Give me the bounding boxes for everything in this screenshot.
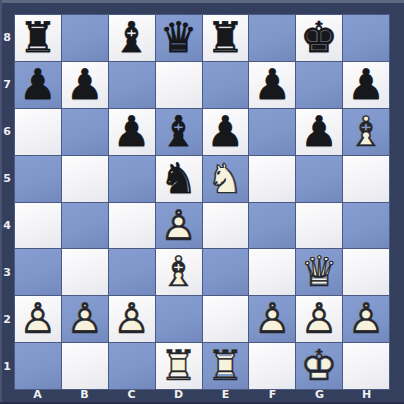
square-g5[interactable]	[296, 156, 342, 202]
square-c1[interactable]	[109, 343, 155, 389]
piece-outline: ♗	[343, 109, 389, 155]
square-c3[interactable]	[109, 249, 155, 295]
square-b7[interactable]: ♟	[62, 62, 108, 108]
file-label-b: B	[61, 388, 108, 403]
white-king[interactable]: ♚♔	[296, 343, 342, 389]
black-rook[interactable]: ♜	[203, 15, 249, 61]
square-h4[interactable]	[343, 203, 389, 249]
white-knight[interactable]: ♞♘	[203, 156, 249, 202]
piece-outline: ♙	[249, 296, 295, 342]
piece-outline: ♙	[343, 296, 389, 342]
white-pawn[interactable]: ♟♙	[343, 296, 389, 342]
square-c5[interactable]	[109, 156, 155, 202]
white-bishop[interactable]: ♝♗	[156, 249, 202, 295]
white-queen[interactable]: ♛♕	[296, 249, 342, 295]
square-d3[interactable]: ♝♗	[156, 249, 202, 295]
black-pawn[interactable]: ♟	[15, 62, 61, 108]
square-b2[interactable]: ♟♙	[62, 296, 108, 342]
file-label-g: G	[296, 388, 343, 403]
square-a8[interactable]: ♜	[15, 15, 61, 61]
square-d8[interactable]: ♛	[156, 15, 202, 61]
square-g8[interactable]: ♚	[296, 15, 342, 61]
square-e3[interactable]	[203, 249, 249, 295]
white-pawn[interactable]: ♟♙	[249, 296, 295, 342]
file-label-d: D	[155, 388, 202, 403]
square-e1[interactable]: ♜♖	[203, 343, 249, 389]
square-f3[interactable]	[249, 249, 295, 295]
black-pawn[interactable]: ♟	[249, 62, 295, 108]
square-h3[interactable]	[343, 249, 389, 295]
square-e4[interactable]	[203, 203, 249, 249]
piece-outline: ♙	[156, 203, 202, 249]
black-queen[interactable]: ♛	[156, 15, 202, 61]
square-b3[interactable]	[62, 249, 108, 295]
square-c8[interactable]: ♝	[109, 15, 155, 61]
piece-outline: ♖	[203, 343, 249, 389]
black-pawn[interactable]: ♟	[62, 62, 108, 108]
black-rook[interactable]: ♜	[15, 15, 61, 61]
square-h7[interactable]: ♟	[343, 62, 389, 108]
square-c7[interactable]	[109, 62, 155, 108]
square-g2[interactable]: ♟♙	[296, 296, 342, 342]
black-pawn[interactable]: ♟	[296, 109, 342, 155]
square-b4[interactable]	[62, 203, 108, 249]
square-b6[interactable]	[62, 109, 108, 155]
black-pawn[interactable]: ♟	[109, 109, 155, 155]
rank-labels: 8 7 6 5 4 3 2 1	[0, 14, 14, 390]
square-a4[interactable]	[15, 203, 61, 249]
square-c6[interactable]: ♟	[109, 109, 155, 155]
black-king[interactable]: ♚	[296, 15, 342, 61]
file-label-h: H	[343, 388, 390, 403]
square-g7[interactable]	[296, 62, 342, 108]
file-label-a: A	[14, 388, 61, 403]
piece-outline: ♗	[156, 249, 202, 295]
square-a2[interactable]: ♟♙	[15, 296, 61, 342]
square-d7[interactable]	[156, 62, 202, 108]
rank-label-7: 7	[0, 61, 14, 108]
rank-label-2: 2	[0, 296, 14, 343]
square-a6[interactable]	[15, 109, 61, 155]
square-e5[interactable]: ♞♘	[203, 156, 249, 202]
square-e7[interactable]	[203, 62, 249, 108]
board: ♜♝♛♜♚♟♟♟♟♟♝♟♟♝♗♞♞♘♟♙♝♗♛♕♟♙♟♙♟♙♟♙♟♙♟♙♜♖♜♖…	[14, 14, 390, 390]
white-rook[interactable]: ♜♖	[156, 343, 202, 389]
white-rook[interactable]: ♜♖	[203, 343, 249, 389]
square-b5[interactable]	[62, 156, 108, 202]
square-f4[interactable]	[249, 203, 295, 249]
piece-outline: ♙	[62, 296, 108, 342]
square-b8[interactable]	[62, 15, 108, 61]
square-d1[interactable]: ♜♖	[156, 343, 202, 389]
black-pawn[interactable]: ♟	[203, 109, 249, 155]
white-pawn[interactable]: ♟♙	[62, 296, 108, 342]
white-pawn[interactable]: ♟♙	[15, 296, 61, 342]
black-bishop[interactable]: ♝	[156, 109, 202, 155]
square-e2[interactable]	[203, 296, 249, 342]
square-b1[interactable]	[62, 343, 108, 389]
black-pawn[interactable]: ♟	[343, 62, 389, 108]
chess-diagram: 8 7 6 5 4 3 2 1 ♜♝♛♜♚♟♟♟♟♟♝♟♟♝♗♞♞♘♟♙♝♗♛♕…	[0, 0, 404, 404]
square-f5[interactable]	[249, 156, 295, 202]
square-a1[interactable]	[15, 343, 61, 389]
square-f2[interactable]: ♟♙	[249, 296, 295, 342]
square-e8[interactable]: ♜	[203, 15, 249, 61]
square-a7[interactable]: ♟	[15, 62, 61, 108]
square-f8[interactable]	[249, 15, 295, 61]
file-labels: A B C D E F G H	[14, 388, 390, 403]
square-g1[interactable]: ♚♔	[296, 343, 342, 389]
square-d6[interactable]: ♝	[156, 109, 202, 155]
square-g6[interactable]: ♟	[296, 109, 342, 155]
black-knight[interactable]: ♞	[156, 156, 202, 202]
rank-label-1: 1	[0, 343, 14, 390]
rank-label-4: 4	[0, 202, 14, 249]
square-f7[interactable]: ♟	[249, 62, 295, 108]
square-g3[interactable]: ♛♕	[296, 249, 342, 295]
white-pawn[interactable]: ♟♙	[109, 296, 155, 342]
white-pawn[interactable]: ♟♙	[296, 296, 342, 342]
piece-outline: ♙	[15, 296, 61, 342]
square-e6[interactable]: ♟	[203, 109, 249, 155]
rank-label-8: 8	[0, 14, 14, 61]
piece-outline: ♕	[296, 249, 342, 295]
file-label-c: C	[108, 388, 155, 403]
rank-label-5: 5	[0, 155, 14, 202]
square-c4[interactable]	[109, 203, 155, 249]
square-d5[interactable]: ♞	[156, 156, 202, 202]
piece-outline: ♔	[296, 343, 342, 389]
square-f6[interactable]	[249, 109, 295, 155]
square-h5[interactable]	[343, 156, 389, 202]
square-h1[interactable]	[343, 343, 389, 389]
square-f1[interactable]	[249, 343, 295, 389]
square-a3[interactable]	[15, 249, 61, 295]
file-label-e: E	[202, 388, 249, 403]
piece-outline: ♙	[109, 296, 155, 342]
white-pawn[interactable]: ♟♙	[156, 203, 202, 249]
piece-outline: ♘	[203, 156, 249, 202]
rank-label-3: 3	[0, 249, 14, 296]
square-d4[interactable]: ♟♙	[156, 203, 202, 249]
square-h2[interactable]: ♟♙	[343, 296, 389, 342]
square-h8[interactable]	[343, 15, 389, 61]
file-label-f: F	[249, 388, 296, 403]
square-h6[interactable]: ♝♗	[343, 109, 389, 155]
frame-top-highlight	[0, 0, 404, 3]
square-d2[interactable]	[156, 296, 202, 342]
rank-label-6: 6	[0, 108, 14, 155]
square-g4[interactable]	[296, 203, 342, 249]
white-bishop[interactable]: ♝♗	[343, 109, 389, 155]
piece-outline: ♙	[296, 296, 342, 342]
square-a5[interactable]	[15, 156, 61, 202]
square-c2[interactable]: ♟♙	[109, 296, 155, 342]
piece-outline: ♖	[156, 343, 202, 389]
black-bishop[interactable]: ♝	[109, 15, 155, 61]
